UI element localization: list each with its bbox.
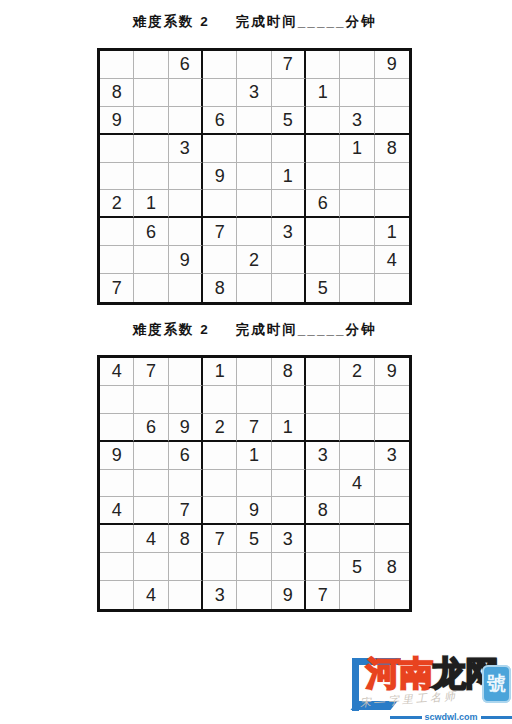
- sudoku-cell-r9c4[interactable]: 8: [203, 274, 237, 302]
- sudoku-cell-r9c6[interactable]: [272, 274, 306, 302]
- sudoku-cell-r5c5[interactable]: [237, 163, 271, 191]
- sudoku-cell-r3c7[interactable]: [306, 414, 340, 442]
- sudoku-cell-r3c9[interactable]: [375, 107, 409, 135]
- watermark-site-url: scwdwl.com: [425, 712, 478, 722]
- sudoku-cell-r5c1[interactable]: [100, 163, 134, 191]
- sudoku-cell-r3c9[interactable]: [375, 414, 409, 442]
- sudoku-cell-r6c9[interactable]: [375, 497, 409, 525]
- sudoku-cell-r2c5[interactable]: [237, 386, 271, 414]
- sudoku-cell-r8c1[interactable]: [100, 246, 134, 274]
- sudoku-cell-r8c6[interactable]: [272, 246, 306, 274]
- sudoku-cell-r2c4[interactable]: [203, 79, 237, 107]
- sudoku-cell-r6c4[interactable]: [203, 497, 237, 525]
- sudoku-cell-r8c4[interactable]: [203, 553, 237, 581]
- sudoku-cell-r9c2[interactable]: 4: [134, 581, 168, 609]
- sudoku-cell-r5c2[interactable]: [134, 163, 168, 191]
- watermark-brand: 河南龙网: [366, 656, 498, 690]
- sudoku-cell-r1c5[interactable]: [237, 358, 271, 386]
- sudoku-cell-r1c3[interactable]: 6: [169, 51, 203, 79]
- sudoku-cell-r7c3[interactable]: [169, 218, 203, 246]
- sudoku-cell-r4c6[interactable]: [272, 135, 306, 163]
- sudoku-cell-r7c9[interactable]: [375, 525, 409, 553]
- sudoku-cell-r5c2[interactable]: [134, 470, 168, 498]
- sudoku-cell-r7c5[interactable]: [237, 218, 271, 246]
- sudoku-cell-r9c6[interactable]: 9: [272, 581, 306, 609]
- sudoku-cell-r6c8[interactable]: [340, 190, 374, 218]
- watermark-swash-shape: [350, 701, 397, 710]
- watermark-dash-right: [481, 716, 512, 719]
- sudoku-cell-r5c9[interactable]: [375, 470, 409, 498]
- sudoku-cell-r6c2[interactable]: [134, 497, 168, 525]
- sudoku-cell-r1c5[interactable]: [237, 51, 271, 79]
- sudoku-cell-r6c3[interactable]: 7: [169, 497, 203, 525]
- sudoku-cell-r7c5[interactable]: 5: [237, 525, 271, 553]
- puzzle-2-completion-time-label: 完成时间_____分钟: [236, 321, 377, 339]
- sudoku-cell-r5c4[interactable]: [203, 470, 237, 498]
- sudoku-cell-r7c8[interactable]: [340, 525, 374, 553]
- sudoku-cell-r2c9[interactable]: [375, 79, 409, 107]
- sudoku-cell-r9c8[interactable]: [340, 581, 374, 609]
- sudoku-cell-r8c9[interactable]: 4: [375, 246, 409, 274]
- sudoku-cell-r3c8[interactable]: 3: [340, 107, 374, 135]
- sudoku-cell-r2c1[interactable]: 8: [100, 79, 134, 107]
- sudoku-cell-r1c7[interactable]: [306, 51, 340, 79]
- sudoku-cell-r2c2[interactable]: [134, 79, 168, 107]
- sudoku-cell-r7c3[interactable]: 8: [169, 525, 203, 553]
- sudoku-cell-r2c3[interactable]: [169, 79, 203, 107]
- puzzle-1-difficulty-label: 难度系数 2: [133, 13, 210, 31]
- sudoku-cell-r4c9[interactable]: 3: [375, 442, 409, 470]
- sudoku-cell-r8c8[interactable]: 5: [340, 553, 374, 581]
- sudoku-cell-r9c3[interactable]: [169, 274, 203, 302]
- sudoku-cell-r8c1[interactable]: [100, 553, 134, 581]
- puzzle-2-difficulty-label: 难度系数 2: [133, 321, 210, 339]
- sudoku-cell-r4c7[interactable]: [306, 135, 340, 163]
- sudoku-cell-r1c8[interactable]: [340, 51, 374, 79]
- sudoku-cell-r8c3[interactable]: 9: [169, 246, 203, 274]
- sudoku-cell-r9c7[interactable]: 7: [306, 581, 340, 609]
- sudoku-cell-r6c5[interactable]: [237, 190, 271, 218]
- sudoku-cell-r1c4[interactable]: [203, 51, 237, 79]
- watermark-seal-stamp: 號: [482, 665, 511, 703]
- sudoku-cell-r6c5[interactable]: 9: [237, 497, 271, 525]
- sudoku-cell-r9c9[interactable]: [375, 274, 409, 302]
- sudoku-cell-r7c7[interactable]: [306, 218, 340, 246]
- sudoku-cell-r6c2[interactable]: 1: [134, 190, 168, 218]
- sudoku-grid-1: 6798319653318912166731924785: [97, 48, 412, 305]
- sudoku-cell-r3c1[interactable]: 9: [100, 107, 134, 135]
- sudoku-cell-r5c4[interactable]: 9: [203, 163, 237, 191]
- sudoku-cell-r2c2[interactable]: [134, 386, 168, 414]
- watermark-seal-char: 號: [487, 671, 506, 697]
- sudoku-cell-r6c9[interactable]: [375, 190, 409, 218]
- sudoku-cell-r6c1[interactable]: 4: [100, 497, 134, 525]
- sudoku-cell-r9c3[interactable]: [169, 581, 203, 609]
- sudoku-cell-r7c4[interactable]: 7: [203, 218, 237, 246]
- sudoku-cell-r3c7[interactable]: [306, 107, 340, 135]
- sudoku-cell-r2c3[interactable]: [169, 386, 203, 414]
- sudoku-cell-r9c2[interactable]: [134, 274, 168, 302]
- sudoku-cell-r3c2[interactable]: [134, 107, 168, 135]
- sudoku-cell-r7c6[interactable]: 3: [272, 525, 306, 553]
- sudoku-cell-r1c7[interactable]: [306, 358, 340, 386]
- sudoku-cell-r5c9[interactable]: [375, 163, 409, 191]
- sudoku-cell-r1c9[interactable]: 9: [375, 358, 409, 386]
- puzzle-2-title: 难度系数 2 完成时间_____分钟: [97, 320, 412, 340]
- sudoku-cell-r8c2[interactable]: [134, 553, 168, 581]
- sudoku-cell-r9c4[interactable]: 3: [203, 581, 237, 609]
- sudoku-cell-r6c1[interactable]: 2: [100, 190, 134, 218]
- sudoku-cell-r8c9[interactable]: 8: [375, 553, 409, 581]
- sudoku-cell-r4c2[interactable]: [134, 135, 168, 163]
- site-watermark: 河南龙网 號 宋—字里工名师 scwdwl.com: [352, 648, 512, 724]
- sudoku-cell-r5c3[interactable]: [169, 163, 203, 191]
- sudoku-cell-r5c7[interactable]: [306, 163, 340, 191]
- sudoku-cell-r1c3[interactable]: [169, 358, 203, 386]
- sudoku-cell-r1c1[interactable]: 4: [100, 358, 134, 386]
- sudoku-cell-r6c3[interactable]: [169, 190, 203, 218]
- watermark-bracket-shape: [352, 658, 401, 711]
- sudoku-cell-r5c5[interactable]: [237, 470, 271, 498]
- sudoku-cell-r1c9[interactable]: 9: [375, 51, 409, 79]
- sudoku-cell-r3c5[interactable]: 7: [237, 414, 271, 442]
- sudoku-cell-r1c6[interactable]: 8: [272, 358, 306, 386]
- sudoku-cell-r4c3[interactable]: 3: [169, 135, 203, 163]
- sudoku-cell-r2c8[interactable]: [340, 79, 374, 107]
- sudoku-cell-r4c4[interactable]: [203, 442, 237, 470]
- sudoku-cell-r4c4[interactable]: [203, 135, 237, 163]
- sudoku-cell-r6c8[interactable]: [340, 497, 374, 525]
- sudoku-cell-r4c3[interactable]: 6: [169, 442, 203, 470]
- watermark-brand-right: 龙网: [432, 654, 498, 692]
- sudoku-cell-r5c1[interactable]: [100, 470, 134, 498]
- watermark-brand-left: 河南: [366, 654, 432, 692]
- puzzle-1-completion-time-label: 完成时间_____分钟: [236, 13, 377, 31]
- sudoku-cell-r2c6[interactable]: [272, 79, 306, 107]
- sudoku-cell-r3c6[interactable]: 5: [272, 107, 306, 135]
- sudoku-cell-r6c7[interactable]: 8: [306, 497, 340, 525]
- sudoku-cell-r3c1[interactable]: [100, 414, 134, 442]
- sudoku-grid-2: 47182969271961334479848753584397: [97, 355, 412, 612]
- sudoku-cell-r6c4[interactable]: [203, 190, 237, 218]
- sudoku-cell-r4c8[interactable]: [340, 442, 374, 470]
- sudoku-cell-r7c8[interactable]: [340, 218, 374, 246]
- sudoku-cell-r7c4[interactable]: 7: [203, 525, 237, 553]
- sudoku-cell-r2c9[interactable]: [375, 386, 409, 414]
- sudoku-cell-r4c5[interactable]: 1: [237, 442, 271, 470]
- sudoku-cell-r8c5[interactable]: [237, 553, 271, 581]
- sudoku-cell-r8c5[interactable]: 2: [237, 246, 271, 274]
- sudoku-cell-r9c5[interactable]: [237, 274, 271, 302]
- sudoku-cell-r6c6[interactable]: [272, 190, 306, 218]
- watermark-dash-left: [390, 716, 422, 719]
- sudoku-cell-r5c8[interactable]: 4: [340, 470, 374, 498]
- sudoku-cell-r2c8[interactable]: [340, 386, 374, 414]
- sudoku-cell-r3c2[interactable]: 6: [134, 414, 168, 442]
- sudoku-cell-r7c1[interactable]: [100, 218, 134, 246]
- sudoku-cell-r1c2[interactable]: 7: [134, 358, 168, 386]
- sudoku-cell-r1c1[interactable]: [100, 51, 134, 79]
- sudoku-cell-r4c7[interactable]: 3: [306, 442, 340, 470]
- sudoku-cell-r1c6[interactable]: 7: [272, 51, 306, 79]
- sudoku-cell-r3c4[interactable]: 2: [203, 414, 237, 442]
- sudoku-cell-r8c2[interactable]: [134, 246, 168, 274]
- sudoku-cell-r3c3[interactable]: 9: [169, 414, 203, 442]
- sudoku-cell-r7c2[interactable]: 6: [134, 218, 168, 246]
- sudoku-cell-r9c5[interactable]: [237, 581, 271, 609]
- sudoku-cell-r3c8[interactable]: [340, 414, 374, 442]
- sudoku-cell-r2c7[interactable]: [306, 386, 340, 414]
- sudoku-cell-r4c2[interactable]: [134, 442, 168, 470]
- sudoku-cell-r2c1[interactable]: [100, 386, 134, 414]
- sudoku-cell-r9c8[interactable]: [340, 274, 374, 302]
- sudoku-cell-r9c1[interactable]: 7: [100, 274, 134, 302]
- sudoku-cell-r4c1[interactable]: [100, 135, 134, 163]
- sudoku-cell-r5c3[interactable]: [169, 470, 203, 498]
- watermark-signature-text: 宋—字里工名师: [360, 689, 459, 711]
- sudoku-cell-r4c1[interactable]: 9: [100, 442, 134, 470]
- sudoku-cell-r2c5[interactable]: 3: [237, 79, 271, 107]
- sudoku-cell-r7c9[interactable]: 1: [375, 218, 409, 246]
- sudoku-cell-r3c6[interactable]: 1: [272, 414, 306, 442]
- sudoku-cell-r9c9[interactable]: [375, 581, 409, 609]
- sudoku-cell-r1c4[interactable]: 1: [203, 358, 237, 386]
- sudoku-cell-r4c6[interactable]: [272, 442, 306, 470]
- sudoku-cell-r2c4[interactable]: [203, 386, 237, 414]
- sudoku-cell-r6c7[interactable]: 6: [306, 190, 340, 218]
- sudoku-cell-r5c6[interactable]: 1: [272, 163, 306, 191]
- sudoku-cell-r4c5[interactable]: [237, 135, 271, 163]
- sudoku-cell-r8c4[interactable]: [203, 246, 237, 274]
- sudoku-cell-r8c8[interactable]: [340, 246, 374, 274]
- sudoku-cell-r2c7[interactable]: 1: [306, 79, 340, 107]
- sudoku-cell-r5c7[interactable]: [306, 470, 340, 498]
- sudoku-cell-r4c9[interactable]: 8: [375, 135, 409, 163]
- sudoku-cell-r8c6[interactable]: [272, 553, 306, 581]
- sudoku-cell-r6c6[interactable]: [272, 497, 306, 525]
- sudoku-cell-r7c2[interactable]: 4: [134, 525, 168, 553]
- sudoku-cell-r8c3[interactable]: [169, 553, 203, 581]
- sudoku-cell-r1c2[interactable]: [134, 51, 168, 79]
- sudoku-cell-r9c1[interactable]: [100, 581, 134, 609]
- puzzle-1-title: 难度系数 2 完成时间_____分钟: [97, 12, 412, 32]
- sudoku-cell-r5c6[interactable]: [272, 470, 306, 498]
- sudoku-cell-r3c3[interactable]: [169, 107, 203, 135]
- sudoku-cell-r3c5[interactable]: [237, 107, 271, 135]
- sudoku-cell-r8c7[interactable]: [306, 553, 340, 581]
- sudoku-cell-r7c1[interactable]: [100, 525, 134, 553]
- sudoku-cell-r7c6[interactable]: 3: [272, 218, 306, 246]
- sudoku-cell-r4c8[interactable]: 1: [340, 135, 374, 163]
- sudoku-cell-r7c7[interactable]: [306, 525, 340, 553]
- sudoku-cell-r5c8[interactable]: [340, 163, 374, 191]
- watermark-site-url-row: scwdwl.com: [390, 711, 512, 723]
- sudoku-cell-r1c8[interactable]: 2: [340, 358, 374, 386]
- sudoku-cell-r3c4[interactable]: 6: [203, 107, 237, 135]
- sudoku-cell-r2c6[interactable]: [272, 386, 306, 414]
- sudoku-cell-r9c7[interactable]: 5: [306, 274, 340, 302]
- sudoku-cell-r8c7[interactable]: [306, 246, 340, 274]
